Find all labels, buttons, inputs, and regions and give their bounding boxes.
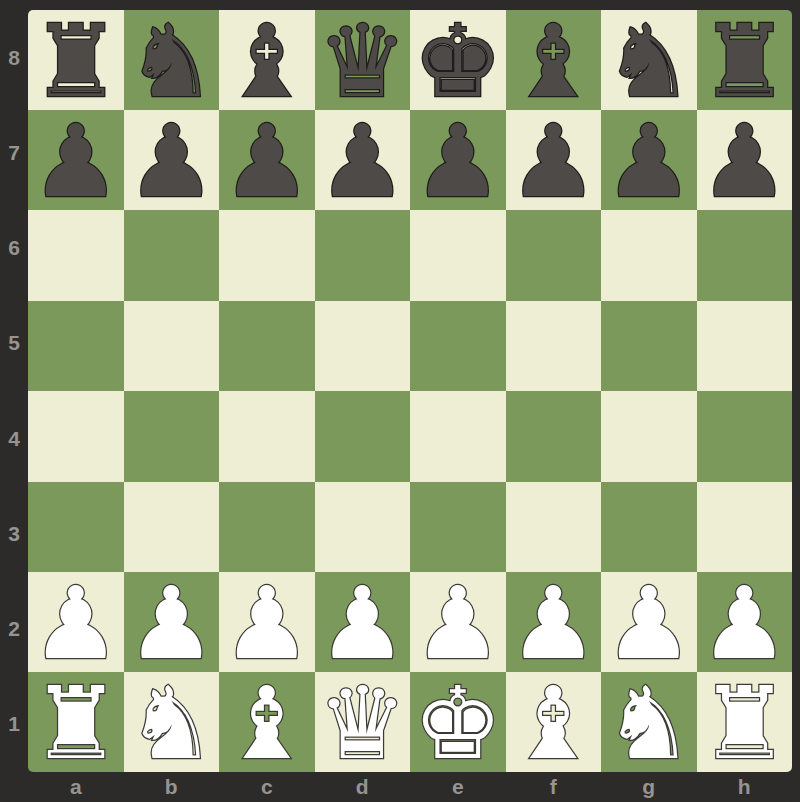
chess-board[interactable]: ♜♞♝♛♚♝♞♜♟♟♟♟♟♟♟♟♟♟♟♟♟♟♟♟♜♞♝♛♚♝♞♜: [28, 10, 792, 772]
square-a8[interactable]: ♜: [28, 10, 124, 110]
square-c6[interactable]: [219, 210, 315, 301]
piece-black-pawn[interactable]: ♟: [508, 112, 598, 212]
square-d1[interactable]: ♛: [315, 672, 411, 772]
rank-label-5: 5: [0, 296, 28, 391]
piece-white-pawn[interactable]: ♟: [126, 574, 216, 674]
square-c1[interactable]: ♝: [219, 672, 315, 772]
piece-black-queen[interactable]: ♛: [317, 12, 407, 112]
square-d7[interactable]: ♟: [315, 110, 411, 210]
square-b4[interactable]: [124, 391, 220, 482]
piece-black-pawn[interactable]: ♟: [126, 112, 216, 212]
piece-white-knight[interactable]: ♞: [604, 674, 694, 772]
piece-white-king[interactable]: ♚: [413, 674, 503, 772]
square-b8[interactable]: ♞: [124, 10, 220, 110]
file-label-g: g: [601, 772, 697, 802]
rank-label-2: 2: [0, 582, 28, 677]
square-e5[interactable]: [410, 301, 506, 392]
piece-white-pawn[interactable]: ♟: [604, 574, 694, 674]
square-h3[interactable]: [697, 482, 793, 573]
square-g2[interactable]: ♟: [601, 572, 697, 672]
square-e6[interactable]: [410, 210, 506, 301]
piece-white-rook[interactable]: ♜: [31, 674, 121, 772]
square-c2[interactable]: ♟: [219, 572, 315, 672]
piece-black-pawn[interactable]: ♟: [222, 112, 312, 212]
square-d3[interactable]: [315, 482, 411, 573]
piece-white-pawn[interactable]: ♟: [31, 574, 121, 674]
square-g8[interactable]: ♞: [601, 10, 697, 110]
square-a4[interactable]: [28, 391, 124, 482]
square-g3[interactable]: [601, 482, 697, 573]
square-b5[interactable]: [124, 301, 220, 392]
square-d6[interactable]: [315, 210, 411, 301]
piece-white-rook[interactable]: ♜: [699, 674, 789, 772]
piece-black-knight[interactable]: ♞: [604, 12, 694, 112]
square-b2[interactable]: ♟: [124, 572, 220, 672]
square-a1[interactable]: ♜: [28, 672, 124, 772]
square-h2[interactable]: ♟: [697, 572, 793, 672]
square-e3[interactable]: [410, 482, 506, 573]
piece-white-queen[interactable]: ♛: [317, 674, 407, 772]
square-h8[interactable]: ♜: [697, 10, 793, 110]
rank-label-8: 8: [0, 10, 28, 105]
square-b3[interactable]: [124, 482, 220, 573]
piece-white-pawn[interactable]: ♟: [413, 574, 503, 674]
piece-white-knight[interactable]: ♞: [126, 674, 216, 772]
square-f1[interactable]: ♝: [506, 672, 602, 772]
piece-black-pawn[interactable]: ♟: [699, 112, 789, 212]
square-e8[interactable]: ♚: [410, 10, 506, 110]
piece-black-knight[interactable]: ♞: [126, 12, 216, 112]
rank-label-6: 6: [0, 201, 28, 296]
file-label-d: d: [315, 772, 411, 802]
square-c4[interactable]: [219, 391, 315, 482]
chess-board-frame: 87654321 abcdefgh ♜♞♝♛♚♝♞♜♟♟♟♟♟♟♟♟♟♟♟♟♟♟…: [0, 0, 800, 802]
square-b6[interactable]: [124, 210, 220, 301]
square-h4[interactable]: [697, 391, 793, 482]
square-g6[interactable]: [601, 210, 697, 301]
square-a7[interactable]: ♟: [28, 110, 124, 210]
piece-white-pawn[interactable]: ♟: [317, 574, 407, 674]
square-g4[interactable]: [601, 391, 697, 482]
square-f7[interactable]: ♟: [506, 110, 602, 210]
square-h6[interactable]: [697, 210, 793, 301]
file-label-c: c: [219, 772, 315, 802]
piece-white-bishop[interactable]: ♝: [508, 674, 598, 772]
piece-black-pawn[interactable]: ♟: [317, 112, 407, 212]
piece-black-pawn[interactable]: ♟: [31, 112, 121, 212]
piece-black-king[interactable]: ♚: [413, 12, 503, 112]
file-label-f: f: [506, 772, 602, 802]
piece-white-pawn[interactable]: ♟: [222, 574, 312, 674]
square-g7[interactable]: ♟: [601, 110, 697, 210]
square-c3[interactable]: [219, 482, 315, 573]
square-d4[interactable]: [315, 391, 411, 482]
square-h7[interactable]: ♟: [697, 110, 793, 210]
piece-black-bishop[interactable]: ♝: [508, 12, 598, 112]
square-e1[interactable]: ♚: [410, 672, 506, 772]
file-label-e: e: [410, 772, 506, 802]
square-h5[interactable]: [697, 301, 793, 392]
square-d5[interactable]: [315, 301, 411, 392]
square-d8[interactable]: ♛: [315, 10, 411, 110]
square-a3[interactable]: [28, 482, 124, 573]
square-a2[interactable]: ♟: [28, 572, 124, 672]
rank-label-1: 1: [0, 677, 28, 772]
piece-black-pawn[interactable]: ♟: [604, 112, 694, 212]
file-label-h: h: [697, 772, 793, 802]
square-e7[interactable]: ♟: [410, 110, 506, 210]
square-e4[interactable]: [410, 391, 506, 482]
square-f6[interactable]: [506, 210, 602, 301]
piece-black-rook[interactable]: ♜: [699, 12, 789, 112]
square-h1[interactable]: ♜: [697, 672, 793, 772]
square-f8[interactable]: ♝: [506, 10, 602, 110]
square-f2[interactable]: ♟: [506, 572, 602, 672]
square-c8[interactable]: ♝: [219, 10, 315, 110]
rank-labels: 87654321: [0, 10, 28, 772]
square-f3[interactable]: [506, 482, 602, 573]
file-label-a: a: [28, 772, 124, 802]
piece-black-bishop[interactable]: ♝: [222, 12, 312, 112]
square-a6[interactable]: [28, 210, 124, 301]
file-label-b: b: [124, 772, 220, 802]
square-b1[interactable]: ♞: [124, 672, 220, 772]
square-g5[interactable]: [601, 301, 697, 392]
piece-white-bishop[interactable]: ♝: [222, 674, 312, 772]
square-f5[interactable]: [506, 301, 602, 392]
piece-black-pawn[interactable]: ♟: [413, 112, 503, 212]
square-c7[interactable]: ♟: [219, 110, 315, 210]
square-f4[interactable]: [506, 391, 602, 482]
square-a5[interactable]: [28, 301, 124, 392]
file-labels: abcdefgh: [28, 772, 792, 802]
piece-white-pawn[interactable]: ♟: [508, 574, 598, 674]
rank-label-7: 7: [0, 105, 28, 200]
piece-black-rook[interactable]: ♜: [31, 12, 121, 112]
square-d2[interactable]: ♟: [315, 572, 411, 672]
rank-label-4: 4: [0, 391, 28, 486]
square-g1[interactable]: ♞: [601, 672, 697, 772]
square-c5[interactable]: [219, 301, 315, 392]
square-e2[interactable]: ♟: [410, 572, 506, 672]
piece-white-pawn[interactable]: ♟: [699, 574, 789, 674]
rank-label-3: 3: [0, 486, 28, 581]
square-b7[interactable]: ♟: [124, 110, 220, 210]
